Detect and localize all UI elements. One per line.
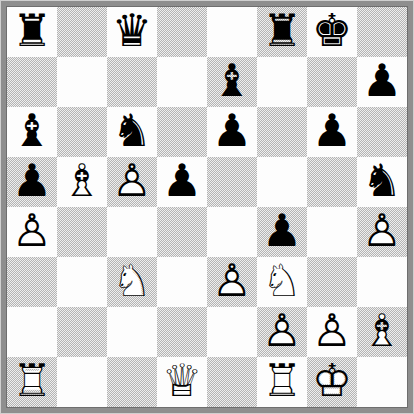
piece-white-knight: ♞♘ [107, 257, 157, 307]
square-g1[interactable]: ♚♔ [307, 357, 357, 407]
piece-white-pawn: ♟♙ [107, 157, 157, 207]
square-e3[interactable]: ♟♙ [207, 257, 257, 307]
square-c6[interactable]: ♞ [107, 107, 157, 157]
square-f3[interactable]: ♞♘ [257, 257, 307, 307]
square-f4[interactable]: ♟ [257, 207, 307, 257]
square-h5[interactable]: ♞ [357, 157, 407, 207]
square-g6[interactable]: ♟ [307, 107, 357, 157]
square-h6[interactable] [357, 107, 407, 157]
square-b2[interactable] [57, 307, 107, 357]
square-b3[interactable] [57, 257, 107, 307]
piece-white-pawn: ♟♙ [307, 307, 357, 357]
piece-black-knight: ♞ [357, 157, 407, 207]
square-f2[interactable]: ♟♙ [257, 307, 307, 357]
square-c1[interactable] [107, 357, 157, 407]
piece-white-queen: ♛♕ [157, 357, 207, 407]
square-b6[interactable] [57, 107, 107, 157]
piece-black-pawn: ♟ [207, 107, 257, 157]
square-c5[interactable]: ♟♙ [107, 157, 157, 207]
square-b5[interactable]: ♝♗ [57, 157, 107, 207]
piece-white-bishop: ♝♗ [57, 157, 107, 207]
piece-white-pawn: ♟♙ [207, 257, 257, 307]
square-f6[interactable] [257, 107, 307, 157]
square-d6[interactable] [157, 107, 207, 157]
piece-black-rook: ♜ [257, 7, 307, 57]
piece-black-queen: ♛ [107, 7, 157, 57]
piece-black-bishop: ♝ [7, 107, 57, 157]
square-b8[interactable] [57, 7, 107, 57]
piece-white-pawn: ♟♙ [257, 307, 307, 357]
square-e2[interactable] [207, 307, 257, 357]
square-e1[interactable] [207, 357, 257, 407]
piece-white-pawn: ♟♙ [357, 207, 407, 257]
square-c3[interactable]: ♞♘ [107, 257, 157, 307]
piece-black-pawn: ♟ [7, 157, 57, 207]
square-h4[interactable]: ♟♙ [357, 207, 407, 257]
piece-white-king: ♚♔ [307, 357, 357, 407]
square-h2[interactable]: ♝♗ [357, 307, 407, 357]
piece-black-bishop: ♝ [207, 57, 257, 107]
piece-white-rook: ♜♖ [7, 357, 57, 407]
square-a4[interactable]: ♟♙ [7, 207, 57, 257]
square-a6[interactable]: ♝ [7, 107, 57, 157]
piece-black-knight: ♞ [107, 107, 157, 157]
square-f5[interactable] [257, 157, 307, 207]
square-a3[interactable] [7, 257, 57, 307]
square-d1[interactable]: ♛♕ [157, 357, 207, 407]
square-h7[interactable]: ♟ [357, 57, 407, 107]
square-d5[interactable]: ♟ [157, 157, 207, 207]
square-f1[interactable]: ♜♖ [257, 357, 307, 407]
square-a7[interactable] [7, 57, 57, 107]
square-e5[interactable] [207, 157, 257, 207]
square-e6[interactable]: ♟ [207, 107, 257, 157]
square-g2[interactable]: ♟♙ [307, 307, 357, 357]
square-e8[interactable] [207, 7, 257, 57]
square-d4[interactable] [157, 207, 207, 257]
square-e4[interactable] [207, 207, 257, 257]
square-h1[interactable] [357, 357, 407, 407]
piece-white-pawn: ♟♙ [7, 207, 57, 257]
square-f7[interactable] [257, 57, 307, 107]
square-d3[interactable] [157, 257, 207, 307]
piece-black-pawn: ♟ [257, 207, 307, 257]
square-c4[interactable] [107, 207, 157, 257]
square-g7[interactable] [307, 57, 357, 107]
piece-white-rook: ♜♖ [257, 357, 307, 407]
square-b4[interactable] [57, 207, 107, 257]
piece-white-knight: ♞♘ [257, 257, 307, 307]
square-c7[interactable] [107, 57, 157, 107]
square-g5[interactable] [307, 157, 357, 207]
square-a2[interactable] [7, 307, 57, 357]
square-a8[interactable]: ♜ [7, 7, 57, 57]
chess-board: ♜♛♜♚♝♟♝♞♟♟♟♝♗♟♙♟♞♟♙♟♟♙♞♘♟♙♞♘♟♙♟♙♝♗♜♖♛♕♜♖… [7, 7, 407, 407]
piece-black-pawn: ♟ [307, 107, 357, 157]
square-a5[interactable]: ♟ [7, 157, 57, 207]
square-h3[interactable] [357, 257, 407, 307]
square-d7[interactable] [157, 57, 207, 107]
square-c8[interactable]: ♛ [107, 7, 157, 57]
piece-black-rook: ♜ [7, 7, 57, 57]
square-e7[interactable]: ♝ [207, 57, 257, 107]
board-frame: ♜♛♜♚♝♟♝♞♟♟♟♝♗♟♙♟♞♟♙♟♟♙♞♘♟♙♞♘♟♙♟♙♝♗♜♖♛♕♜♖… [0, 0, 414, 414]
piece-black-king: ♚ [307, 7, 357, 57]
piece-black-pawn: ♟ [157, 157, 207, 207]
square-d8[interactable] [157, 7, 207, 57]
square-d2[interactable] [157, 307, 207, 357]
square-g8[interactable]: ♚ [307, 7, 357, 57]
piece-white-bishop: ♝♗ [357, 307, 407, 357]
square-a1[interactable]: ♜♖ [7, 357, 57, 407]
square-h8[interactable] [357, 7, 407, 57]
square-g4[interactable] [307, 207, 357, 257]
square-b7[interactable] [57, 57, 107, 107]
square-g3[interactable] [307, 257, 357, 307]
square-c2[interactable] [107, 307, 157, 357]
square-f8[interactable]: ♜ [257, 7, 307, 57]
square-b1[interactable] [57, 357, 107, 407]
piece-black-pawn: ♟ [357, 57, 407, 107]
